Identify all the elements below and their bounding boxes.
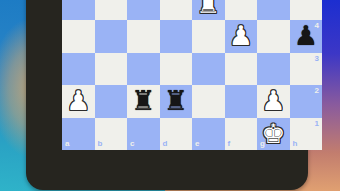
square-a3[interactable] [62, 53, 95, 86]
square-c4[interactable] [127, 20, 160, 53]
square-a5[interactable] [62, 0, 95, 20]
file-label-h: h [293, 140, 298, 148]
square-c1[interactable]: c [127, 118, 160, 151]
square-g2[interactable]: ♟ [257, 85, 290, 118]
square-f2[interactable] [225, 85, 258, 118]
square-e2[interactable] [192, 85, 225, 118]
square-d3[interactable] [160, 53, 193, 86]
rank-label-3: 3 [315, 55, 319, 63]
square-f1[interactable]: f [225, 118, 258, 151]
chess-board[interactable]: ♟♚♜5♟4♟3♟♜♜♟2abcdefg♚h1 [62, 0, 322, 150]
square-c5[interactable] [127, 0, 160, 20]
square-b4[interactable] [95, 20, 128, 53]
square-g1[interactable]: g♚ [257, 118, 290, 151]
square-e4[interactable] [192, 20, 225, 53]
square-h1[interactable]: h1 [290, 118, 323, 151]
square-e5[interactable]: ♜ [192, 0, 225, 20]
square-a1[interactable]: a [62, 118, 95, 151]
square-f4[interactable]: ♟ [225, 20, 258, 53]
square-b3[interactable] [95, 53, 128, 86]
square-d5[interactable] [160, 0, 193, 20]
piece-white-pawn-g2[interactable]: ♟ [257, 85, 290, 118]
file-label-e: e [195, 140, 199, 148]
piece-white-pawn-f4[interactable]: ♟ [225, 20, 258, 53]
square-h2[interactable]: 2 [290, 85, 323, 118]
piece-white-pawn-a2[interactable]: ♟ [62, 85, 95, 118]
square-d4[interactable] [160, 20, 193, 53]
square-c3[interactable] [127, 53, 160, 86]
file-label-f: f [228, 140, 231, 148]
square-f5[interactable] [225, 0, 258, 20]
square-h5[interactable]: 5 [290, 0, 323, 20]
square-h3[interactable]: 3 [290, 53, 323, 86]
square-g4[interactable] [257, 20, 290, 53]
rank-label-1: 1 [315, 120, 319, 128]
file-label-c: c [130, 140, 134, 148]
piece-white-rook-e5[interactable]: ♜ [192, 0, 225, 20]
square-g5[interactable] [257, 0, 290, 20]
square-h4[interactable]: 4♟ [290, 20, 323, 53]
piece-black-rook-d2[interactable]: ♜ [160, 85, 193, 118]
square-g3[interactable] [257, 53, 290, 86]
square-b5[interactable] [95, 0, 128, 20]
piece-black-rook-c2[interactable]: ♜ [127, 85, 160, 118]
file-label-b: b [98, 140, 103, 148]
file-label-d: d [163, 140, 168, 148]
square-e3[interactable] [192, 53, 225, 86]
square-a4[interactable] [62, 20, 95, 53]
piece-white-king-g1[interactable]: ♚ [257, 118, 290, 151]
file-label-a: a [65, 140, 69, 148]
square-c2[interactable]: ♜ [127, 85, 160, 118]
square-b2[interactable] [95, 85, 128, 118]
square-e1[interactable]: e [192, 118, 225, 151]
square-b1[interactable]: b [95, 118, 128, 151]
tablet-bezel: ♟♚♜5♟4♟3♟♜♜♟2abcdefg♚h1 [26, 0, 308, 190]
square-f3[interactable] [225, 53, 258, 86]
square-d1[interactable]: d [160, 118, 193, 151]
piece-black-pawn-h4[interactable]: ♟ [290, 20, 323, 53]
square-a2[interactable]: ♟ [62, 85, 95, 118]
rank-label-2: 2 [315, 87, 319, 95]
square-d2[interactable]: ♜ [160, 85, 193, 118]
